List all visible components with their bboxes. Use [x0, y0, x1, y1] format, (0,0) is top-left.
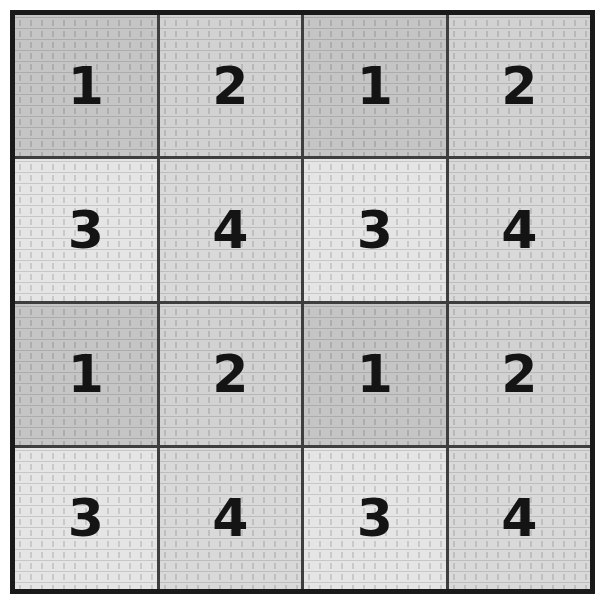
cell-r3c4[interactable]: 2 [449, 304, 591, 445]
cell-r4c1[interactable]: 3 [15, 448, 157, 589]
cell-r2c3[interactable]: 3 [304, 159, 446, 300]
cell-r1c4[interactable]: 2 [449, 15, 591, 156]
cell-r4c2[interactable]: 4 [160, 448, 302, 589]
cell-r1c3[interactable]: 1 [304, 15, 446, 156]
page: 1212343412123434 [0, 0, 608, 607]
cell-r4c4[interactable]: 4 [449, 448, 591, 589]
cell-r3c1[interactable]: 1 [15, 304, 157, 445]
cell-r1c2[interactable]: 2 [160, 15, 302, 156]
cell-r2c4[interactable]: 4 [449, 159, 591, 300]
cell-r1c1[interactable]: 1 [15, 15, 157, 156]
cell-r2c1[interactable]: 3 [15, 159, 157, 300]
cell-r3c3[interactable]: 1 [304, 304, 446, 445]
cell-r2c2[interactable]: 4 [160, 159, 302, 300]
puzzle-board: 1212343412123434 [10, 10, 595, 594]
cell-r3c2[interactable]: 2 [160, 304, 302, 445]
cell-r4c3[interactable]: 3 [304, 448, 446, 589]
